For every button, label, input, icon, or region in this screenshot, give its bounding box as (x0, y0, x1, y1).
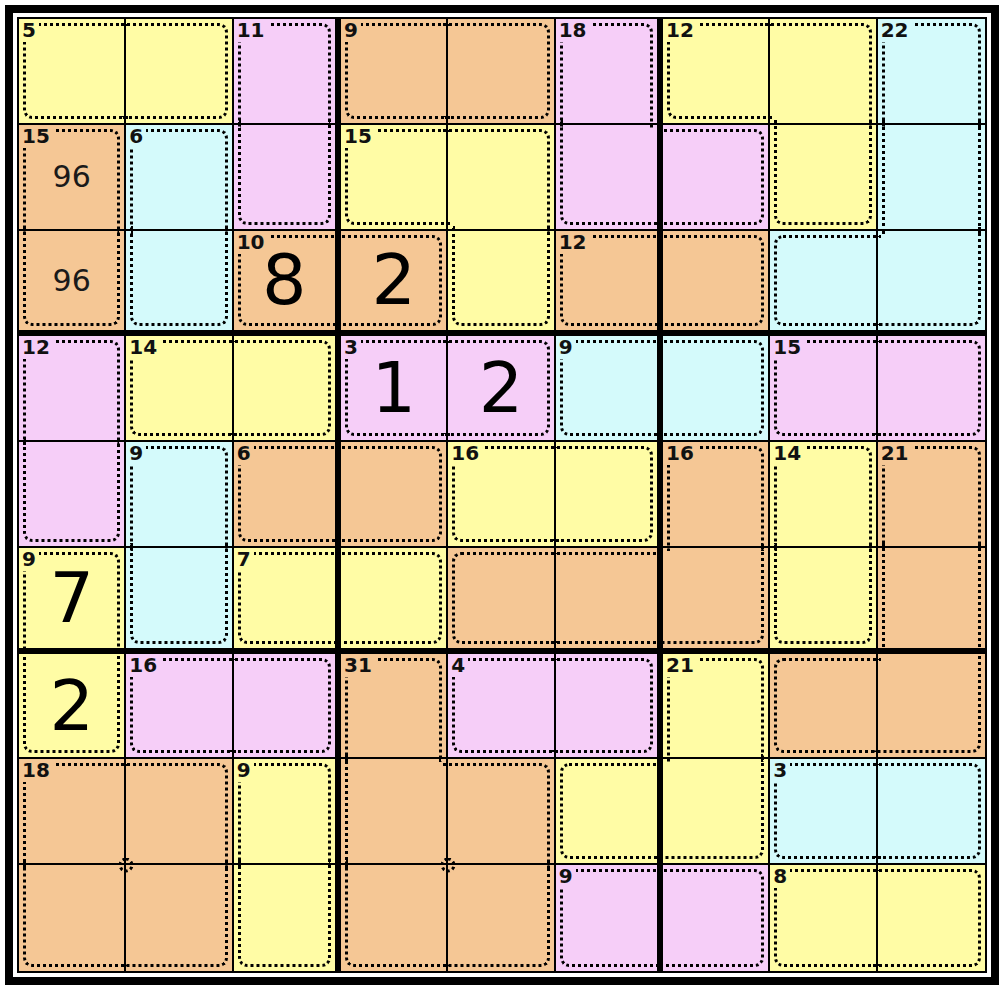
cage-sum: 12 (665, 19, 697, 42)
cage-sum: 16 (450, 442, 482, 465)
cage-sum: 9 (128, 442, 146, 465)
cell-r1c2[interactable] (126, 19, 233, 125)
cage-border (452, 552, 558, 644)
cage-sum: 16 (665, 442, 697, 465)
cell-r4c8[interactable]: 15 (770, 336, 877, 442)
cell-r2c9[interactable] (878, 125, 985, 231)
cell-r2c1[interactable]: 1596 (19, 125, 126, 231)
cell-r8c6[interactable] (556, 759, 663, 865)
cell-r8c4[interactable] (341, 759, 448, 865)
cage-border (774, 446, 871, 551)
cell-r2c5[interactable] (448, 125, 555, 231)
cell-r2c6[interactable] (556, 125, 663, 231)
cage-border (121, 860, 227, 967)
cage-border (443, 763, 549, 868)
cell-r2c7[interactable] (663, 125, 770, 231)
given-digit: 7 (19, 548, 124, 648)
cage-sum: 9 (21, 548, 39, 571)
cage-border (345, 23, 451, 119)
cell-r9c3[interactable] (234, 865, 341, 971)
cell-r8c9[interactable] (878, 759, 985, 865)
cage-sum: 22 (880, 19, 912, 42)
cage-border (23, 340, 120, 445)
cage-border (774, 543, 871, 644)
cage-border (873, 226, 981, 327)
cell-r4c9[interactable] (878, 336, 985, 442)
cage-border (765, 23, 871, 128)
cell-r3c7[interactable] (663, 231, 770, 337)
cell-r9c2[interactable] (126, 865, 233, 971)
cell-r2c2[interactable]: 6 (126, 125, 233, 231)
cage-border (130, 658, 236, 754)
cell-r2c4[interactable]: 15 (341, 125, 448, 231)
cell-r6c9[interactable] (878, 548, 985, 654)
cage-sum: 15 (343, 125, 375, 148)
killer-sudoku-board: 5119181222159661596108212121431291596161… (17, 17, 987, 973)
cage-border (23, 860, 129, 967)
cell-r9c9[interactable] (878, 865, 985, 971)
cage-border (336, 446, 442, 542)
cage-sum: 9 (343, 19, 361, 42)
cell-r1c5[interactable] (448, 19, 555, 125)
cell-r4c7[interactable] (663, 336, 770, 442)
given-digit: 2 (19, 654, 124, 758)
cage-border (229, 658, 331, 754)
cage-border (774, 658, 880, 754)
cell-r4c3[interactable] (234, 336, 341, 442)
cage-border (345, 658, 442, 763)
cage-border (774, 763, 880, 859)
cage-border (238, 120, 331, 225)
cage-border (667, 23, 773, 119)
cage-border (774, 120, 871, 225)
cage-border (560, 763, 662, 859)
cage-border (560, 23, 653, 128)
cell-r1c6[interactable]: 18 (556, 19, 663, 125)
given-digit: 2 (341, 231, 446, 331)
cage-border (336, 552, 442, 644)
cage-border (345, 754, 451, 868)
cell-r1c8[interactable] (770, 19, 877, 125)
cage-border (130, 129, 227, 234)
cage-border (667, 446, 764, 551)
cage-border (560, 869, 662, 967)
cage-border (658, 235, 764, 327)
cell-r5c8[interactable]: 14 (770, 442, 877, 548)
cell-r8c7[interactable] (663, 759, 770, 865)
cage-border (238, 446, 340, 542)
cell-r2c8[interactable] (770, 125, 877, 231)
cage-border (23, 437, 120, 542)
cage-border (452, 658, 558, 754)
cell-r9c6[interactable]: 9 (556, 865, 663, 971)
cage-sum: 9 (236, 759, 254, 782)
cell-r5c1[interactable] (19, 442, 126, 548)
cell-r8c2[interactable] (126, 759, 233, 865)
cage-border (667, 658, 764, 763)
cell-r9c4[interactable] (341, 865, 448, 971)
cage-border (130, 543, 227, 644)
cage-sum: 6 (236, 442, 254, 465)
cage-border (443, 129, 549, 234)
cage-border (121, 23, 227, 119)
cell-r4c2[interactable]: 14 (126, 336, 233, 442)
cell-r9c7[interactable] (663, 865, 770, 971)
cell-r3c3[interactable]: 108 (234, 231, 341, 337)
cage-sum: 18 (21, 759, 53, 782)
cell-r3c1[interactable]: 96 (19, 231, 126, 337)
cage-border (345, 860, 451, 967)
cage-border (658, 754, 764, 859)
cage-border (443, 860, 549, 967)
cage-border (130, 446, 227, 551)
cage-border (658, 543, 764, 644)
cell-r4c5[interactable]: 2 (448, 336, 555, 442)
cell-r2c3[interactable] (234, 125, 341, 231)
cage-sum: 18 (558, 19, 590, 42)
cage-border (23, 226, 120, 327)
cage-border (658, 340, 764, 436)
cage-sum: 21 (665, 654, 697, 677)
cage-sum: 6 (128, 125, 146, 148)
cell-r1c7[interactable]: 12 (663, 19, 770, 125)
cell-r6c8[interactable] (770, 548, 877, 654)
cage-sum: 11 (236, 19, 268, 42)
cage-border (658, 869, 764, 967)
cage-border (23, 649, 120, 754)
cage-sum: 4 (450, 654, 468, 677)
cage-border (452, 446, 558, 542)
cell-r8c5[interactable] (448, 759, 555, 865)
cage-border (882, 23, 981, 128)
pencil-marks: 96 (19, 231, 124, 331)
cell-r3c2[interactable] (126, 231, 233, 337)
cell-r5c9[interactable]: 21 (878, 442, 985, 548)
cage-border (121, 763, 227, 868)
cage-border (345, 129, 451, 225)
cage-border (551, 552, 662, 644)
cage-border (238, 860, 331, 967)
cage-sum: 9 (558, 865, 576, 888)
cage-border (23, 23, 129, 119)
cell-r4c6[interactable]: 9 (556, 336, 663, 442)
cell-r1c3[interactable]: 11 (234, 19, 341, 125)
given-digit: 2 (448, 336, 553, 440)
cell-r6c3[interactable]: 7 (234, 548, 341, 654)
cage-border (23, 763, 129, 868)
cage-sum: 12 (558, 231, 590, 254)
cage-sum: 5 (21, 19, 39, 42)
cell-r1c4[interactable]: 9 (341, 19, 448, 125)
cell-r4c4[interactable]: 31 (341, 336, 448, 442)
pencil-marks: 96 (19, 125, 124, 229)
cell-r3c5[interactable] (448, 231, 555, 337)
cage-sum: 3 (772, 759, 790, 782)
cage-border (238, 552, 340, 644)
cell-r6c5[interactable] (448, 548, 555, 654)
cage-border (336, 235, 442, 327)
cage-border (873, 869, 981, 967)
cell-r9c1[interactable] (19, 865, 126, 971)
cell-r6c1[interactable]: 97 (19, 548, 126, 654)
cell-r7c3[interactable] (234, 654, 341, 760)
cage-sum: 7 (236, 548, 254, 571)
cage-sum: 12 (21, 336, 53, 359)
cell-r5c3[interactable]: 6 (234, 442, 341, 548)
cage-sum: 16 (128, 654, 160, 677)
cell-r1c9[interactable]: 22 (878, 19, 985, 125)
cage-border (560, 235, 662, 327)
cell-r5c2[interactable]: 9 (126, 442, 233, 548)
cage-sum: 21 (880, 442, 912, 465)
cell-r3c4[interactable]: 2 (341, 231, 448, 337)
cage-sum: 8 (772, 865, 790, 888)
cell-r8c1[interactable]: 18 (19, 759, 126, 865)
cage-border (882, 120, 981, 234)
cage-border (873, 340, 981, 436)
cage-border (551, 658, 653, 754)
cage-border (882, 446, 981, 551)
cage-border (238, 763, 331, 868)
cage-border (443, 23, 549, 119)
cell-r3c8[interactable] (770, 231, 877, 337)
cell-r1c1[interactable]: 5 (19, 19, 126, 125)
cage-border (130, 226, 227, 327)
cell-r7c4[interactable]: 31 (341, 654, 448, 760)
cage-sum: 10 (236, 231, 268, 254)
cell-r5c5[interactable]: 16 (448, 442, 555, 548)
cage-border (551, 446, 653, 542)
cage-border (238, 23, 331, 128)
given-digit: 8 (234, 231, 335, 331)
cage-border (774, 235, 880, 327)
board-frame: 5119181222159661596108212121431291596161… (5, 5, 999, 985)
cage-border (560, 340, 662, 436)
cage-border (23, 129, 120, 234)
cell-r9c5[interactable] (448, 865, 555, 971)
cell-r8c3[interactable]: 9 (234, 759, 341, 865)
cage-border (774, 340, 880, 436)
cage-sum: 9 (558, 336, 576, 359)
cell-r6c6[interactable] (556, 548, 663, 654)
cage-border (452, 226, 549, 327)
cage-border (345, 340, 451, 436)
cell-r5c6[interactable] (556, 442, 663, 548)
cell-r7c2[interactable]: 16 (126, 654, 233, 760)
cage-border (873, 649, 981, 754)
cell-r7c8[interactable] (770, 654, 877, 760)
cell-r7c1[interactable]: 2 (19, 654, 126, 760)
cell-r7c6[interactable] (556, 654, 663, 760)
cage-border (229, 340, 331, 436)
cell-r6c4[interactable] (341, 548, 448, 654)
cell-r8c8[interactable]: 3 (770, 759, 877, 865)
cell-r3c9[interactable] (878, 231, 985, 337)
cage-border (130, 340, 236, 436)
given-digit: 1 (341, 336, 446, 440)
cell-r4c1[interactable]: 12 (19, 336, 126, 442)
cell-r5c4[interactable] (341, 442, 448, 548)
cage-border (443, 340, 549, 436)
cell-r7c7[interactable]: 21 (663, 654, 770, 760)
cell-r3c6[interactable]: 12 (556, 231, 663, 337)
cell-r5c7[interactable]: 16 (663, 442, 770, 548)
cell-r7c9[interactable] (878, 654, 985, 760)
cage-sum: 14 (128, 336, 160, 359)
cell-r6c2[interactable] (126, 548, 233, 654)
cage-border (238, 235, 340, 327)
cell-r9c8[interactable]: 8 (770, 865, 877, 971)
cage-border (774, 869, 880, 967)
cage-sum: 14 (772, 442, 804, 465)
cell-r6c7[interactable] (663, 548, 770, 654)
cage-sum: 3 (343, 336, 361, 359)
cage-border (873, 763, 981, 859)
cage-border (882, 543, 981, 653)
cell-r7c5[interactable]: 4 (448, 654, 555, 760)
cage-border (560, 120, 662, 225)
cage-border (658, 129, 764, 225)
cage-sum: 15 (21, 125, 53, 148)
cage-sum: 15 (772, 336, 804, 359)
cage-sum: 31 (343, 654, 375, 677)
cage-border (23, 552, 120, 653)
